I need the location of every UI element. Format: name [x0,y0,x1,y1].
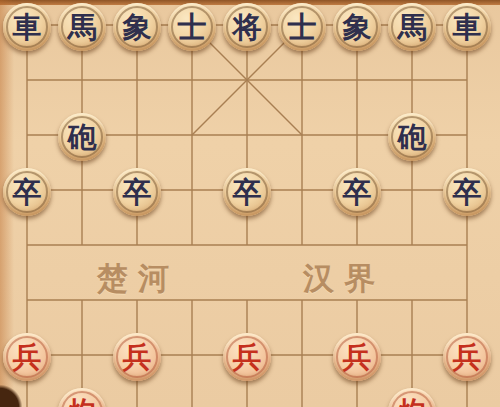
piece-red-soldier[interactable]: 兵 [333,333,381,381]
piece-red-soldier[interactable]: 兵 [443,333,491,381]
piece-black-elephant[interactable]: 象 [333,3,381,51]
piece-black-advisor[interactable]: 士 [278,3,326,51]
piece-black-advisor[interactable]: 士 [168,3,216,51]
piece-black-cannon[interactable]: 砲 [58,113,106,161]
piece-black-horse[interactable]: 馬 [58,3,106,51]
piece-black-soldier[interactable]: 卒 [113,168,161,216]
piece-black-elephant[interactable]: 象 [113,3,161,51]
piece-red-soldier[interactable]: 兵 [113,333,161,381]
piece-black-general[interactable]: 将 [223,3,271,51]
piece-black-soldier[interactable]: 卒 [3,168,51,216]
piece-black-soldier[interactable]: 卒 [333,168,381,216]
river-label-right: 汉界 [303,256,385,300]
river-label-left: 楚河 [97,256,179,300]
piece-black-chariot[interactable]: 車 [443,3,491,51]
piece-black-cannon[interactable]: 砲 [388,113,436,161]
xiangqi-board[interactable]: 楚河 汉界 車馬象士将士象馬車砲砲卒卒卒卒卒兵兵兵兵兵炮炮 [0,0,500,407]
piece-black-soldier[interactable]: 卒 [443,168,491,216]
piece-red-soldier[interactable]: 兵 [223,333,271,381]
piece-black-horse[interactable]: 馬 [388,3,436,51]
piece-red-soldier[interactable]: 兵 [3,333,51,381]
piece-black-chariot[interactable]: 車 [3,3,51,51]
piece-black-soldier[interactable]: 卒 [223,168,271,216]
board-corner-shadow [0,385,22,407]
